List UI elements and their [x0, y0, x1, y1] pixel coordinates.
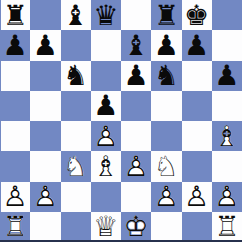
square-e2[interactable]	[121, 182, 151, 212]
chess-board-grid: ♜♝♛♜♚♟♟♝♟♟♞♟♞♟♟♟♙♝♗♞♘♝♗♟♙♞♘♟♙♟♙♟♙♟♙♟♙♜♖♛…	[0, 0, 242, 242]
white-pawn-outline-icon: ♙	[91, 121, 121, 151]
white-bishop-outline-icon: ♗	[212, 121, 242, 151]
white-bishop-outline-icon: ♗	[91, 151, 121, 181]
square-e1[interactable]: ♚♔	[121, 212, 151, 242]
square-a1[interactable]: ♜♖	[0, 212, 30, 242]
black-pawn-icon: ♟	[91, 91, 121, 121]
square-d3[interactable]: ♝♗	[91, 151, 121, 181]
square-d4[interactable]: ♟♙	[91, 121, 121, 151]
piece-white-pawn: ♟♙	[151, 182, 181, 212]
square-e7[interactable]: ♝	[121, 30, 151, 60]
white-rook-outline-icon: ♖	[0, 212, 30, 242]
white-pawn-outline-icon: ♙	[151, 182, 181, 212]
square-b1[interactable]	[30, 212, 60, 242]
piece-black-knight: ♞	[61, 61, 91, 91]
square-f5[interactable]	[151, 91, 181, 121]
black-pawn-icon: ♟	[121, 61, 151, 91]
piece-black-queen: ♛	[91, 0, 121, 30]
square-e6[interactable]: ♟	[121, 61, 151, 91]
square-f7[interactable]: ♟	[151, 30, 181, 60]
square-b5[interactable]	[30, 91, 60, 121]
square-d8[interactable]: ♛	[91, 0, 121, 30]
piece-white-pawn: ♟♙	[182, 182, 212, 212]
piece-black-pawn: ♟	[182, 30, 212, 60]
square-f4[interactable]	[151, 121, 181, 151]
square-e3[interactable]: ♟♙	[121, 151, 151, 181]
black-pawn-icon: ♟	[30, 30, 60, 60]
square-b4[interactable]	[30, 121, 60, 151]
black-pawn-icon: ♟	[182, 30, 212, 60]
white-rook-outline-icon: ♖	[212, 212, 242, 242]
square-c3[interactable]: ♞♘	[61, 151, 91, 181]
square-g7[interactable]: ♟	[182, 30, 212, 60]
black-rook-icon: ♜	[0, 0, 30, 30]
square-e4[interactable]	[121, 121, 151, 151]
square-h3[interactable]	[212, 151, 242, 181]
white-pawn-outline-icon: ♙	[0, 182, 30, 212]
white-pawn-outline-icon: ♙	[30, 182, 60, 212]
square-e8[interactable]	[121, 0, 151, 30]
square-f8[interactable]: ♜	[151, 0, 181, 30]
piece-white-queen: ♛♕	[91, 212, 121, 242]
white-knight-outline-icon: ♘	[61, 151, 91, 181]
square-a3[interactable]	[0, 151, 30, 181]
piece-black-pawn: ♟	[30, 30, 60, 60]
piece-black-bishop: ♝	[121, 30, 151, 60]
black-bishop-icon: ♝	[121, 30, 151, 60]
piece-white-pawn: ♟♙	[30, 182, 60, 212]
square-c6[interactable]: ♞	[61, 61, 91, 91]
square-d6[interactable]	[91, 61, 121, 91]
square-a8[interactable]: ♜	[0, 0, 30, 30]
square-a6[interactable]	[0, 61, 30, 91]
square-e5[interactable]	[121, 91, 151, 121]
piece-white-pawn: ♟♙	[121, 151, 151, 181]
piece-white-pawn: ♟♙	[91, 121, 121, 151]
square-a7[interactable]: ♟	[0, 30, 30, 60]
white-knight-outline-icon: ♘	[151, 151, 181, 181]
piece-white-rook: ♜♖	[0, 212, 30, 242]
square-d1[interactable]: ♛♕	[91, 212, 121, 242]
black-pawn-icon: ♟	[151, 30, 181, 60]
piece-white-king: ♚♔	[121, 212, 151, 242]
square-a4[interactable]	[0, 121, 30, 151]
square-h7[interactable]	[212, 30, 242, 60]
square-b2[interactable]: ♟♙	[30, 182, 60, 212]
square-g3[interactable]	[182, 151, 212, 181]
square-g8[interactable]: ♚	[182, 0, 212, 30]
square-c7[interactable]	[61, 30, 91, 60]
square-g2[interactable]: ♟♙	[182, 182, 212, 212]
square-g4[interactable]	[182, 121, 212, 151]
piece-black-knight: ♞	[151, 61, 181, 91]
square-c2[interactable]	[61, 182, 91, 212]
black-rook-icon: ♜	[151, 0, 181, 30]
piece-white-pawn: ♟♙	[212, 182, 242, 212]
square-h1[interactable]: ♜♖	[212, 212, 242, 242]
white-pawn-outline-icon: ♙	[121, 151, 151, 181]
square-f1[interactable]	[151, 212, 181, 242]
piece-white-pawn: ♟♙	[0, 182, 30, 212]
piece-black-bishop: ♝	[61, 0, 91, 30]
square-b3[interactable]	[30, 151, 60, 181]
square-a2[interactable]: ♟♙	[0, 182, 30, 212]
piece-black-pawn: ♟	[121, 61, 151, 91]
square-f2[interactable]: ♟♙	[151, 182, 181, 212]
square-d2[interactable]	[91, 182, 121, 212]
piece-white-bishop: ♝♗	[212, 121, 242, 151]
square-c8[interactable]: ♝	[61, 0, 91, 30]
piece-black-pawn: ♟	[0, 30, 30, 60]
piece-white-rook: ♜♖	[212, 212, 242, 242]
piece-white-knight: ♞♘	[61, 151, 91, 181]
square-h4[interactable]: ♝♗	[212, 121, 242, 151]
black-bishop-icon: ♝	[61, 0, 91, 30]
white-queen-outline-icon: ♕	[91, 212, 121, 242]
square-c5[interactable]	[61, 91, 91, 121]
square-d5[interactable]: ♟	[91, 91, 121, 121]
piece-black-king: ♚	[182, 0, 212, 30]
square-g6[interactable]	[182, 61, 212, 91]
square-b7[interactable]: ♟	[30, 30, 60, 60]
black-king-icon: ♚	[182, 0, 212, 30]
square-h2[interactable]: ♟♙	[212, 182, 242, 212]
black-pawn-icon: ♟	[212, 61, 242, 91]
square-g5[interactable]	[182, 91, 212, 121]
square-h6[interactable]: ♟	[212, 61, 242, 91]
white-pawn-outline-icon: ♙	[212, 182, 242, 212]
piece-black-pawn: ♟	[91, 91, 121, 121]
piece-black-pawn: ♟	[212, 61, 242, 91]
piece-black-rook: ♜	[0, 0, 30, 30]
square-g1[interactable]	[182, 212, 212, 242]
square-f6[interactable]: ♞	[151, 61, 181, 91]
square-b6[interactable]	[30, 61, 60, 91]
square-f3[interactable]: ♞♘	[151, 151, 181, 181]
piece-black-rook: ♜	[151, 0, 181, 30]
piece-black-pawn: ♟	[151, 30, 181, 60]
black-knight-icon: ♞	[61, 61, 91, 91]
square-b8[interactable]	[30, 0, 60, 30]
black-pawn-icon: ♟	[0, 30, 30, 60]
square-h8[interactable]	[212, 0, 242, 30]
square-d7[interactable]	[91, 30, 121, 60]
square-a5[interactable]	[0, 91, 30, 121]
square-c4[interactable]	[61, 121, 91, 151]
square-h5[interactable]	[212, 91, 242, 121]
square-c1[interactable]	[61, 212, 91, 242]
chess-board: ♜♝♛♜♚♟♟♝♟♟♞♟♞♟♟♟♙♝♗♞♘♝♗♟♙♞♘♟♙♟♙♟♙♟♙♟♙♜♖♛…	[0, 0, 242, 242]
white-king-outline-icon: ♔	[121, 212, 151, 242]
piece-white-knight: ♞♘	[151, 151, 181, 181]
white-pawn-outline-icon: ♙	[182, 182, 212, 212]
piece-white-bishop: ♝♗	[91, 151, 121, 181]
black-knight-icon: ♞	[151, 61, 181, 91]
black-queen-icon: ♛	[91, 0, 121, 30]
